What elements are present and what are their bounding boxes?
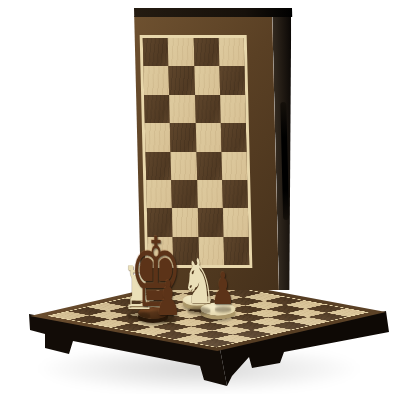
board-square xyxy=(229,314,269,322)
board-square xyxy=(219,66,245,94)
board-square xyxy=(306,305,346,313)
board-square xyxy=(289,317,329,325)
board-square xyxy=(195,339,235,347)
board-square xyxy=(252,326,292,334)
board-square xyxy=(247,309,287,317)
board-square xyxy=(197,208,223,236)
board-square xyxy=(170,123,196,151)
board-square xyxy=(194,66,220,94)
board-square xyxy=(169,95,195,123)
board-square xyxy=(50,311,90,319)
board-square xyxy=(143,66,169,94)
board-square xyxy=(171,180,197,208)
board-square xyxy=(193,331,233,339)
board-square xyxy=(154,331,194,339)
board-square xyxy=(308,313,348,321)
board-square xyxy=(197,180,223,208)
board-square xyxy=(270,321,310,329)
board-square xyxy=(195,123,221,151)
board-square xyxy=(212,326,252,334)
board-square xyxy=(231,322,271,330)
board-square xyxy=(287,309,327,317)
board-square xyxy=(266,305,306,313)
board-square xyxy=(220,95,246,123)
board-square xyxy=(171,152,197,180)
board-square xyxy=(210,318,250,326)
finger-groove xyxy=(280,102,289,220)
board-square xyxy=(245,301,285,309)
board-square xyxy=(193,38,219,66)
board-square xyxy=(222,180,248,208)
board-square xyxy=(145,123,171,151)
board-square xyxy=(169,66,195,94)
board-square xyxy=(144,95,170,123)
board-square xyxy=(191,322,231,330)
board-square xyxy=(87,303,127,311)
dark-pawn-1: ♟ xyxy=(155,274,182,322)
board-top-edge xyxy=(134,8,292,17)
board-square xyxy=(146,152,172,180)
board-square xyxy=(223,237,249,265)
board-square xyxy=(250,318,290,326)
board-square xyxy=(327,308,367,316)
board-square xyxy=(69,307,109,315)
product-photo-stage: ♜♚♟♞♟ xyxy=(0,0,394,394)
board-square xyxy=(264,297,304,305)
board-square xyxy=(175,335,215,343)
board-square xyxy=(71,315,111,323)
board-square xyxy=(214,334,254,342)
board-square xyxy=(143,38,169,66)
board-square xyxy=(146,180,172,208)
board-square xyxy=(218,38,244,66)
board-square xyxy=(195,95,221,123)
board-square xyxy=(221,152,247,180)
board-square xyxy=(223,208,249,236)
white-knight: ♞ xyxy=(182,251,216,313)
board-square xyxy=(285,301,325,309)
board-square xyxy=(196,152,222,180)
board-square xyxy=(221,123,247,151)
board-square xyxy=(243,293,283,301)
board-square xyxy=(233,330,273,338)
board-square xyxy=(168,38,194,66)
board-square xyxy=(268,313,308,321)
